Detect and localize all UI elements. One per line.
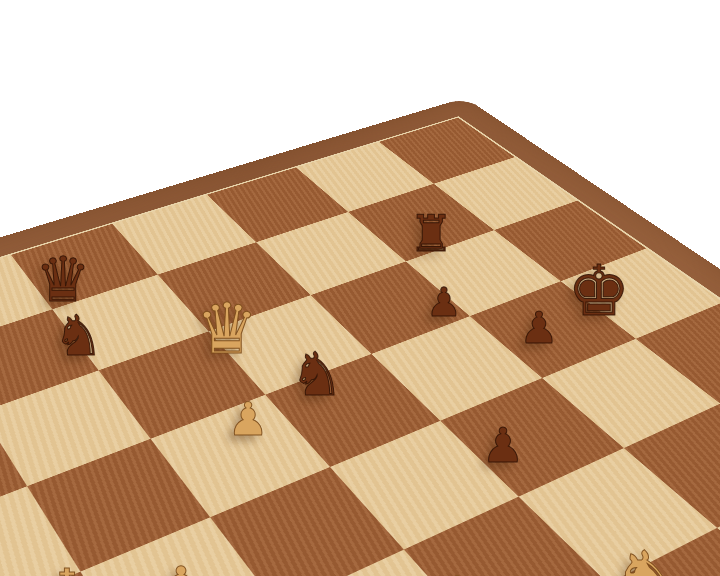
white-pawn-b2[interactable]: ♟ — [153, 559, 209, 576]
black-pawn-g5[interactable]: ♟ — [519, 306, 558, 350]
black-king-h5[interactable]: ♚ — [568, 256, 631, 326]
black-knight-a6[interactable]: ♞ — [53, 308, 103, 364]
white-pawn-e2[interactable]: ♟ — [429, 569, 485, 576]
white-queen-b5[interactable]: ♛ — [196, 294, 259, 364]
chess-board-grid — [0, 118, 720, 576]
black-rook-f7[interactable]: ♜ — [409, 209, 454, 259]
black-queen-a7[interactable]: ♛ — [35, 249, 91, 311]
black-knight-c4[interactable]: ♞ — [290, 344, 344, 404]
chess-board-frame — [0, 98, 720, 576]
chess-photo-stage: ♛♞♜♟♟♚♞♟♛♟♚♟♟♞ — [0, 0, 720, 576]
white-king-a1[interactable]: ♚ — [24, 557, 110, 576]
black-pawn-f3[interactable]: ♟ — [481, 421, 524, 469]
white-pawn-b4[interactable]: ♟ — [227, 396, 268, 442]
white-knight-g1[interactable]: ♞ — [608, 540, 687, 576]
black-pawn-f6[interactable]: ♟ — [426, 282, 462, 322]
